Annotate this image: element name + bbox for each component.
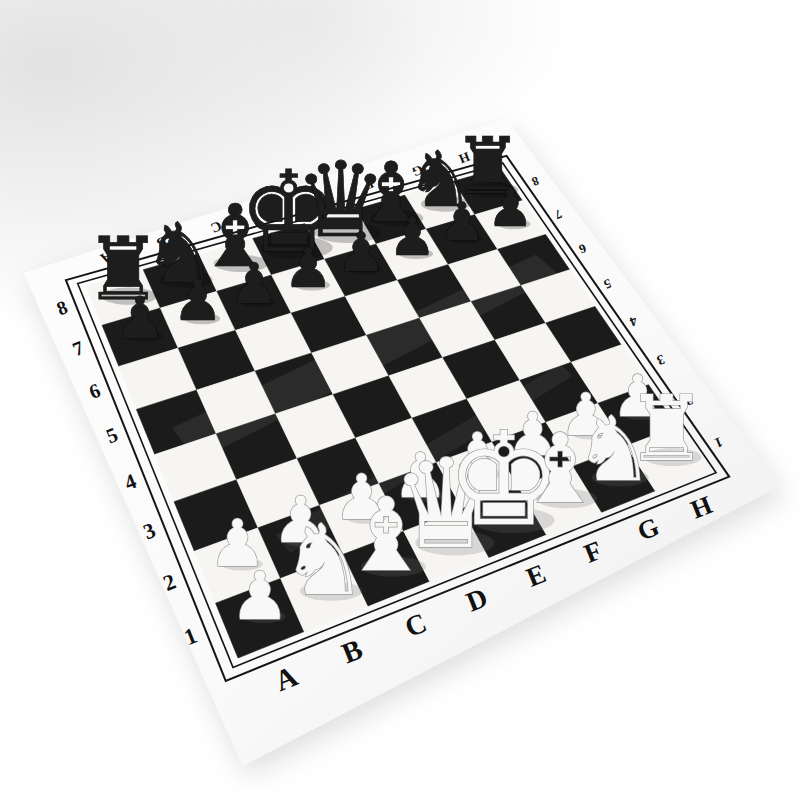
piece-black-pawn-h7: ♟ bbox=[487, 178, 534, 238]
photo-background: AA88BB77CC66DD55EE44FF33GG22HH11♜♞♝♚♛♝♞♜… bbox=[0, 0, 800, 800]
piece-black-pawn-b7: ♟ bbox=[172, 267, 223, 333]
piece-black-pawn-g7: ♟ bbox=[438, 191, 485, 252]
chess-set-photo: AA88BB77CC66DD55EE44FF33GG22HH11♜♞♝♚♛♝♞♜… bbox=[0, 0, 800, 800]
piece-black-pawn-c7: ♟ bbox=[229, 251, 279, 316]
piece-black-pawn-f7: ♟ bbox=[388, 205, 436, 268]
piece-black-pawn-d7: ♟ bbox=[284, 236, 333, 300]
piece-black-pawn-a7: ♟ bbox=[114, 284, 166, 352]
piece-black-pawn-e7: ♟ bbox=[337, 221, 386, 284]
piece-white-rook-h1: ♜ bbox=[626, 376, 707, 481]
